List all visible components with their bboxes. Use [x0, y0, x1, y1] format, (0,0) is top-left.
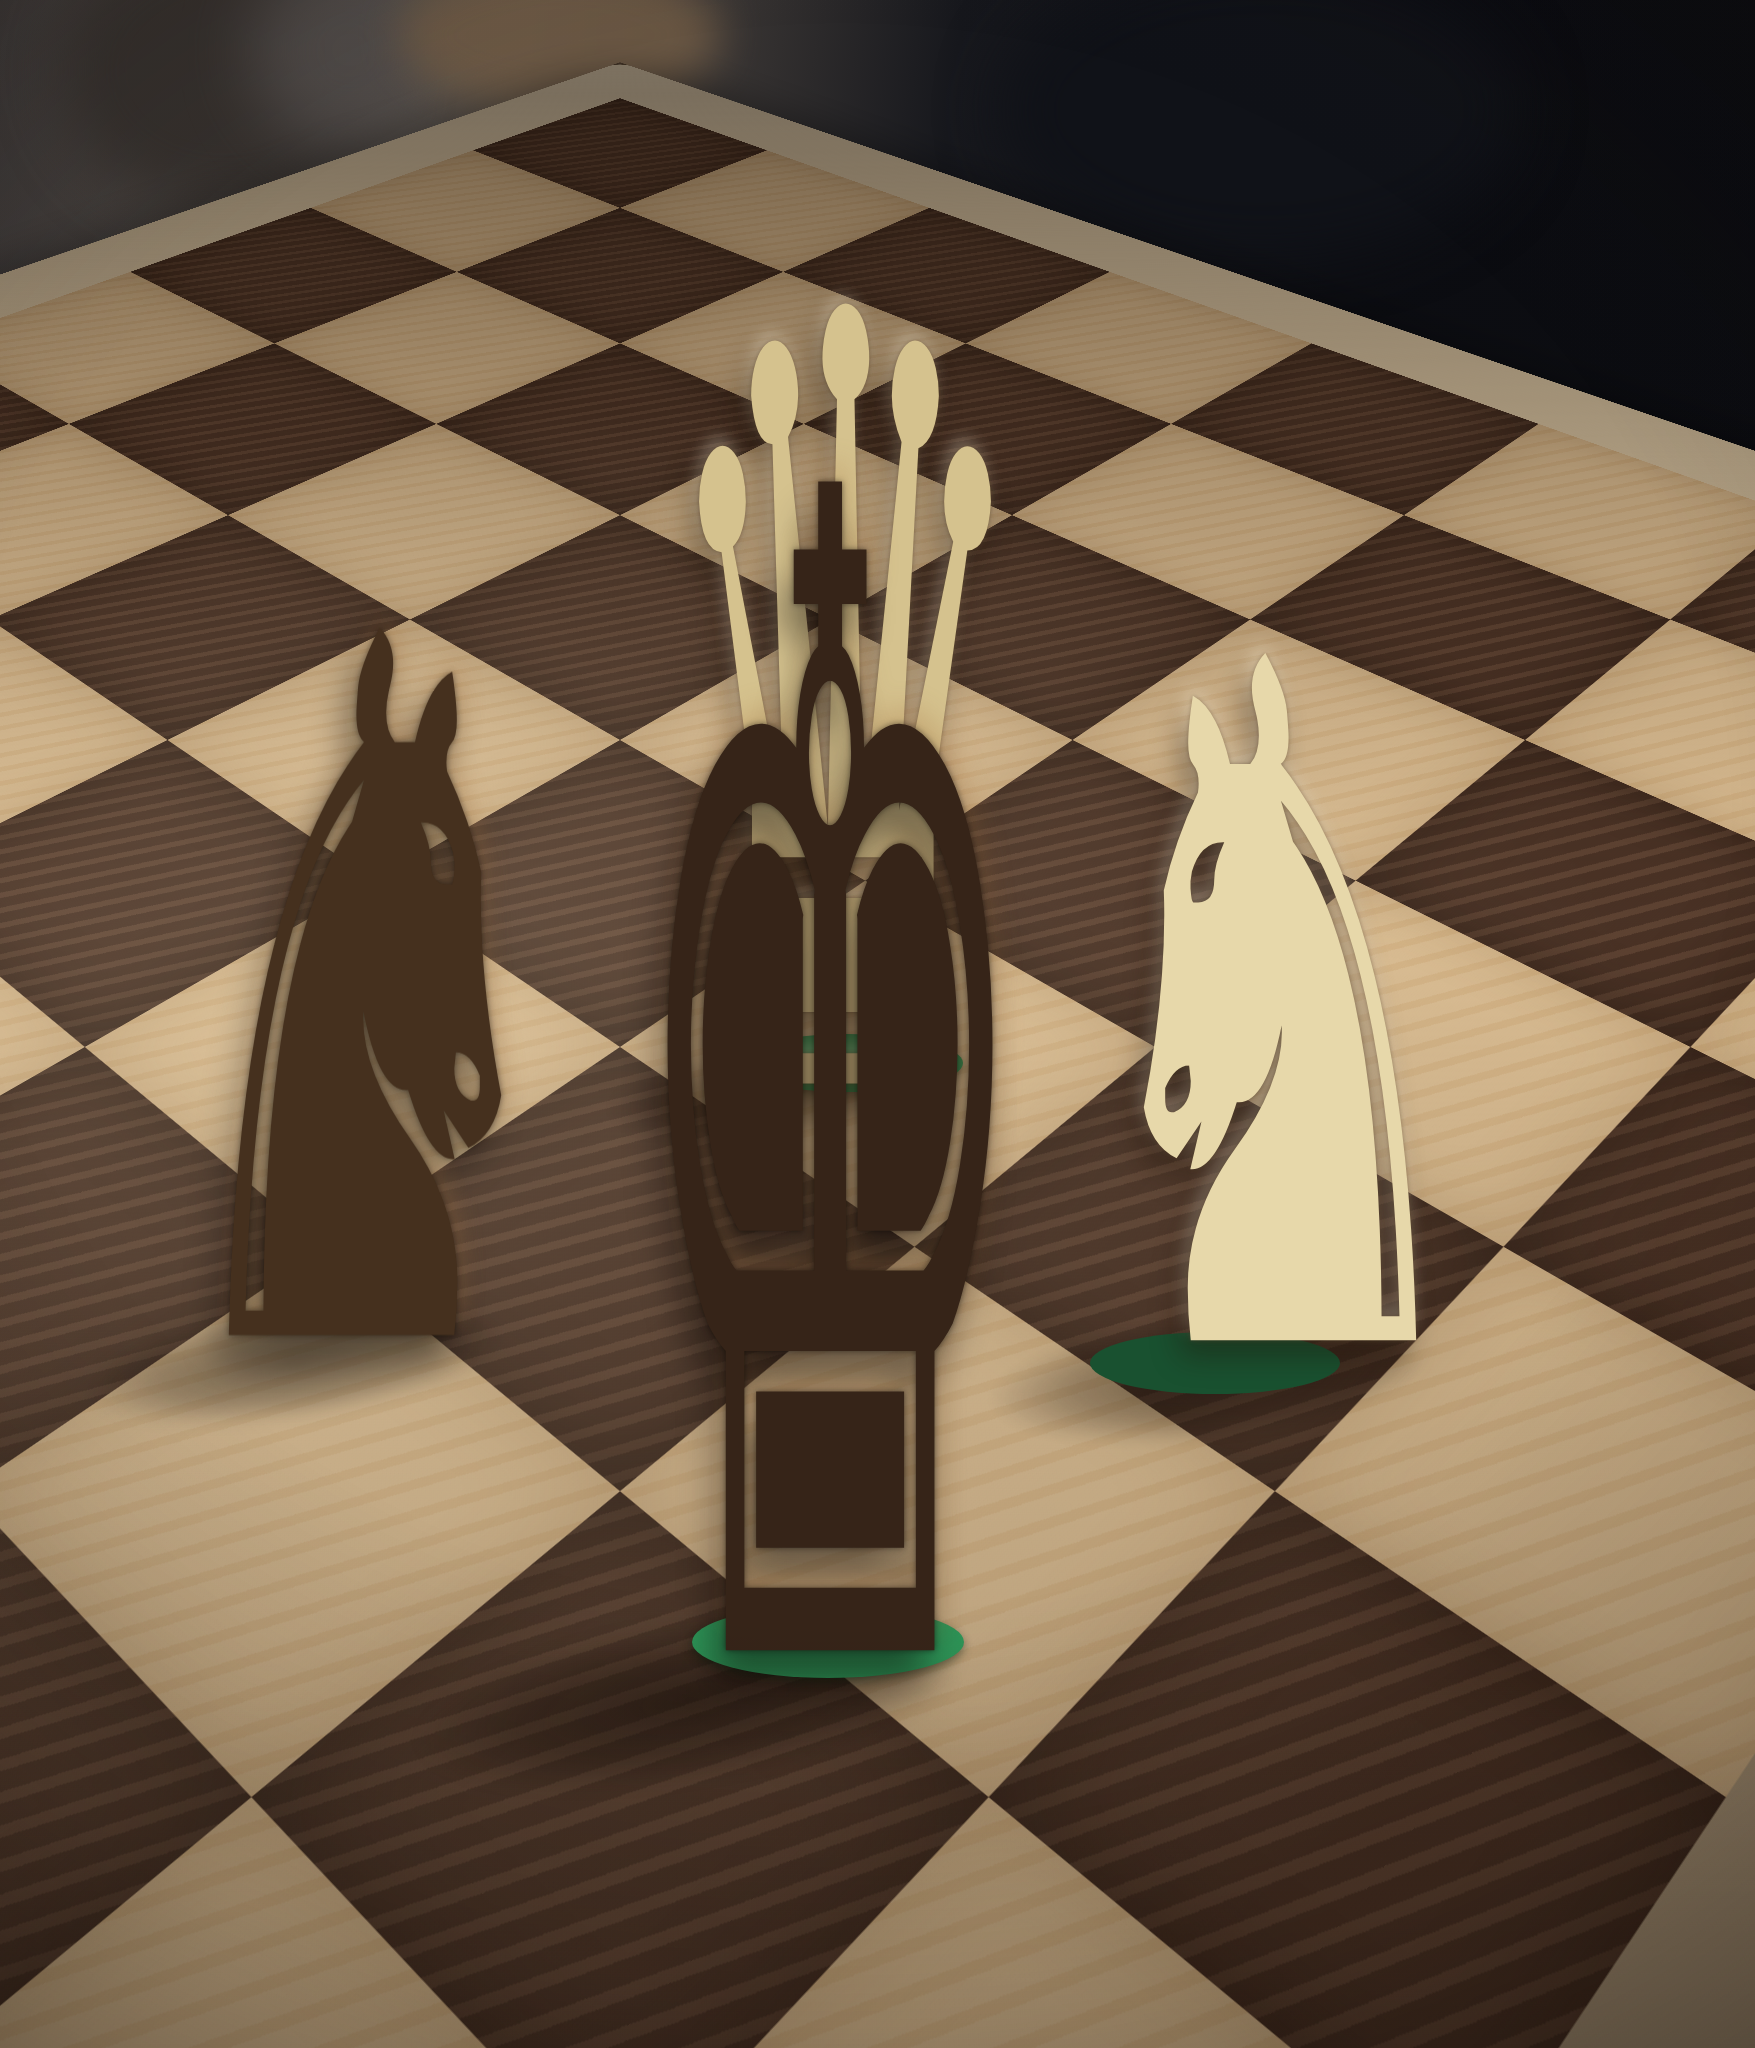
chessboard-photo: ♛ ♞ ♞ ♚: [0, 0, 1755, 2048]
white-knight-piece[interactable]: ♞: [1042, 544, 1518, 1485]
black-knight-piece[interactable]: ♞: [127, 515, 603, 1484]
black-king-piece[interactable]: ♚: [598, 296, 1062, 1896]
